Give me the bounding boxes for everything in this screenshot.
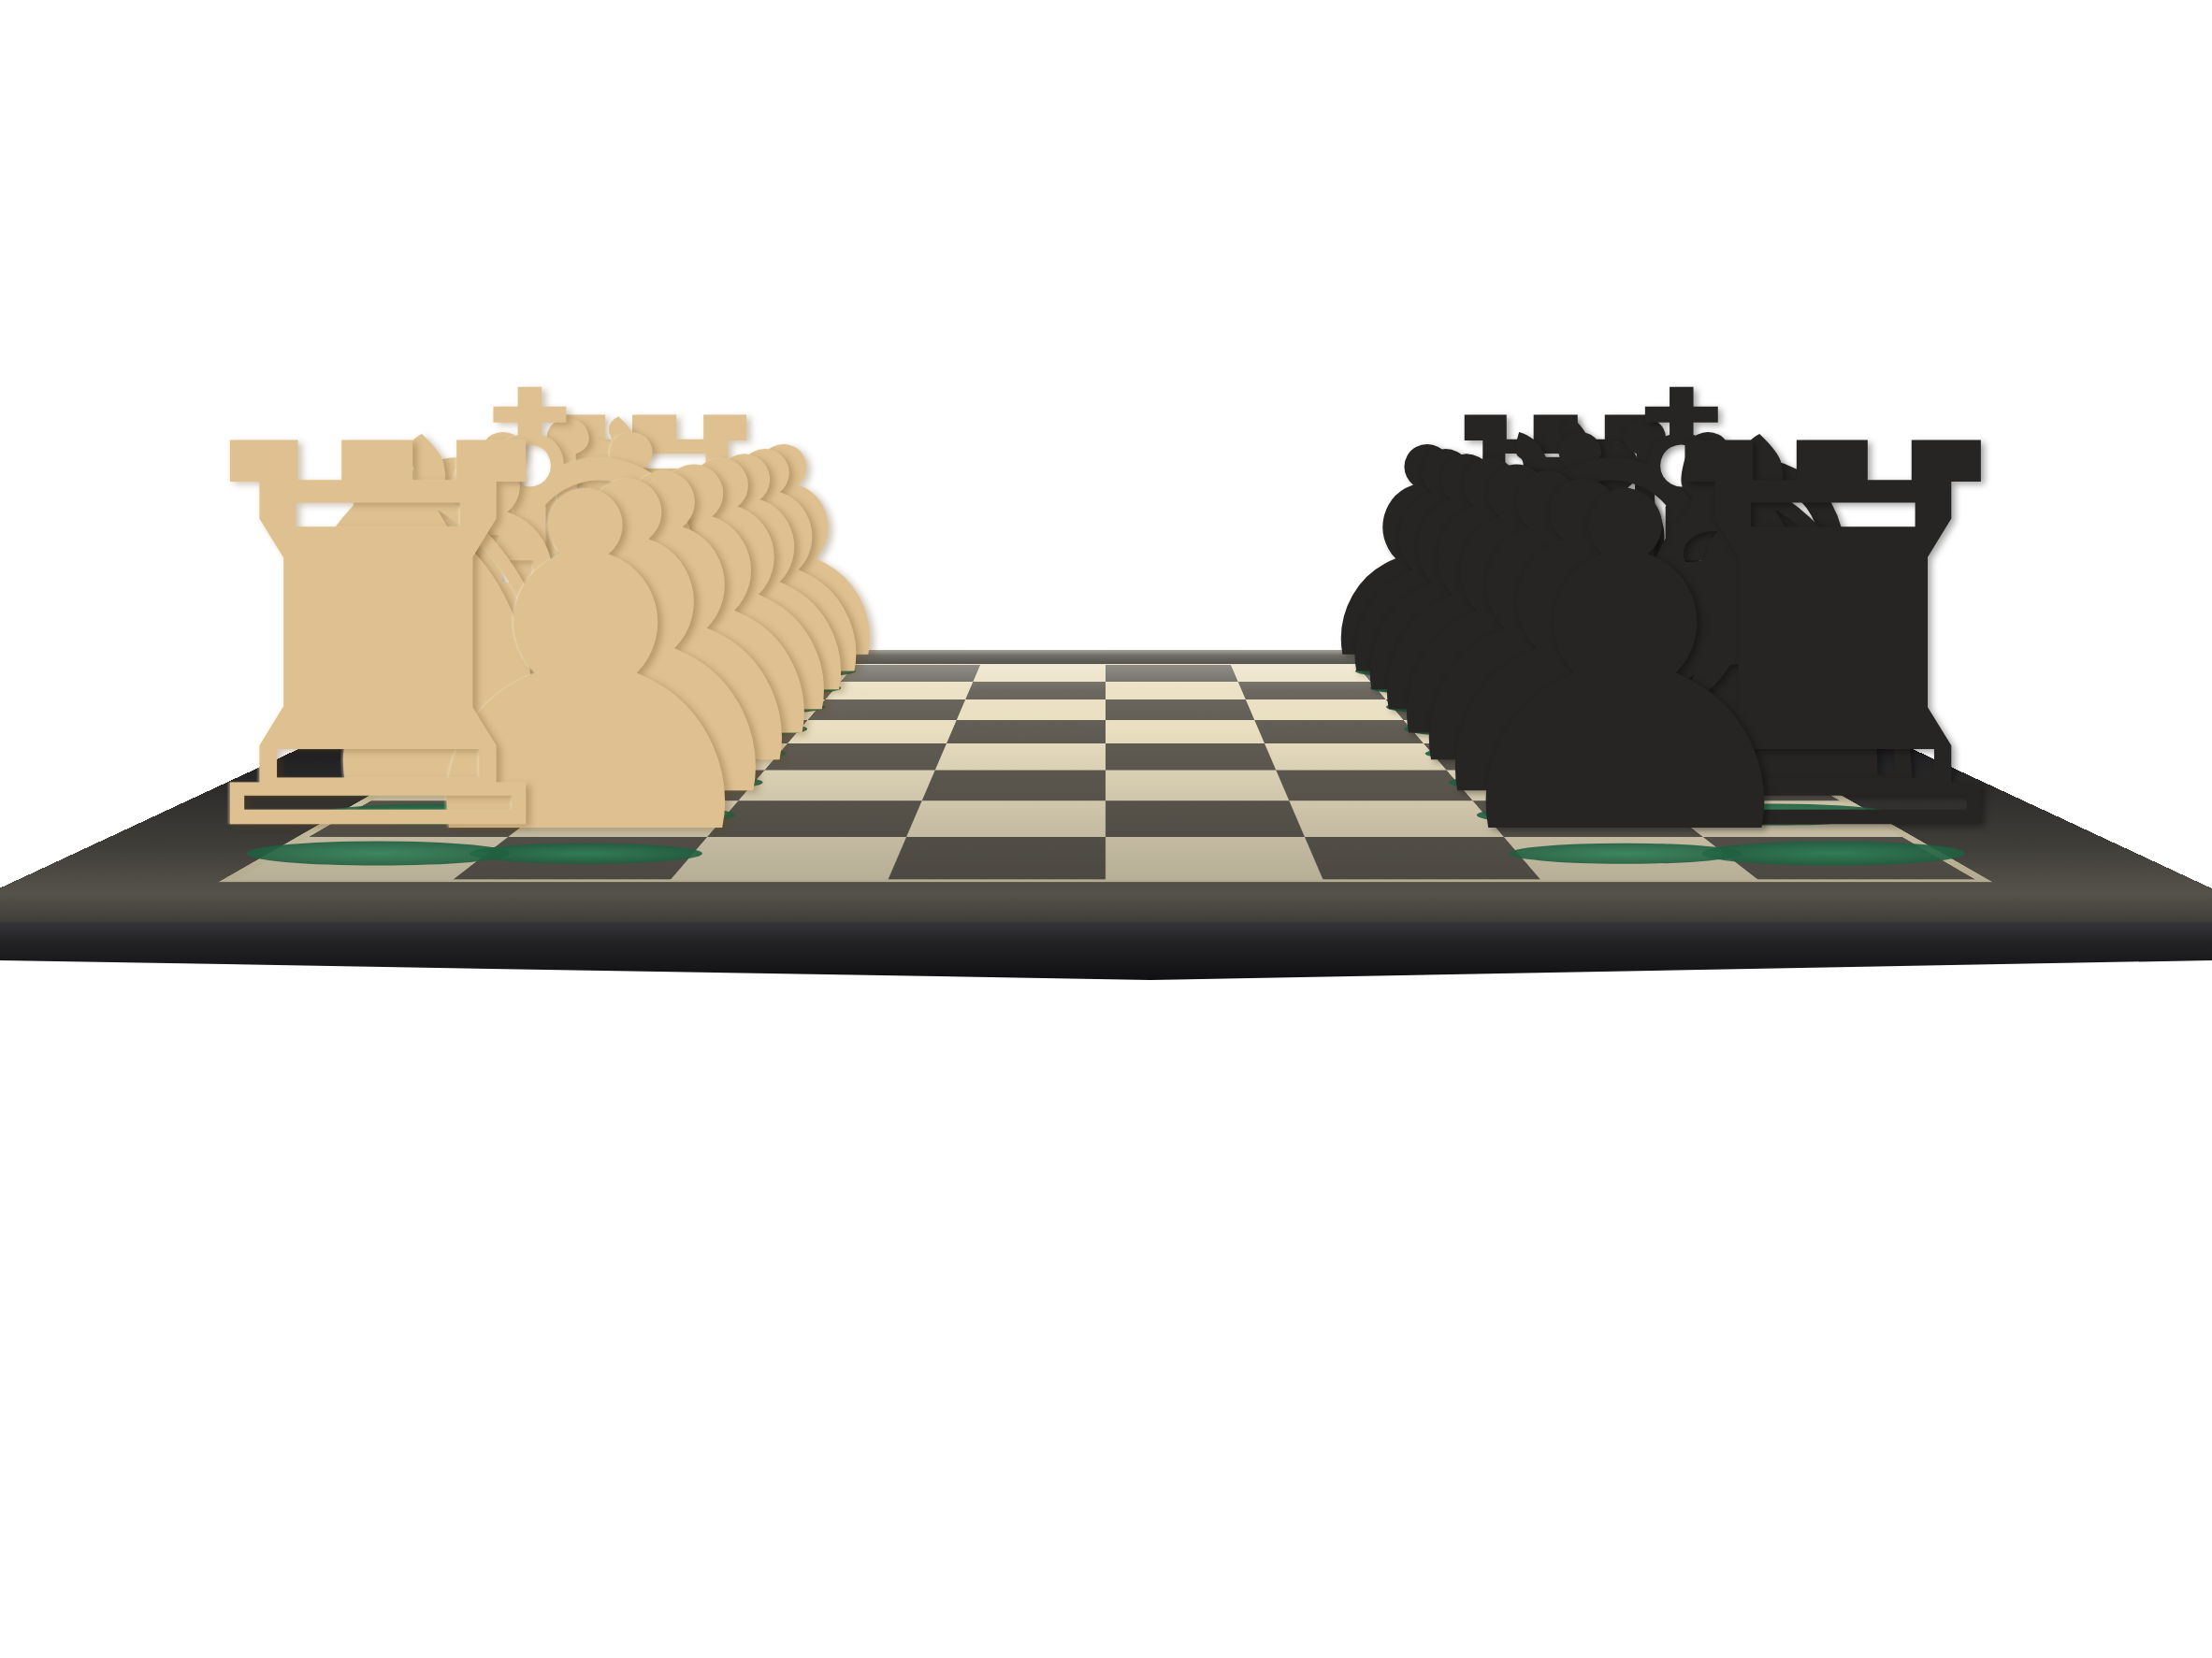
square-c5[interactable] bbox=[1106, 699, 1254, 720]
square-d4[interactable] bbox=[947, 720, 1106, 743]
piece-h7-black-pawn[interactable]: ♟ bbox=[1417, 434, 1834, 899]
square-c4[interactable] bbox=[957, 699, 1106, 720]
square-g4[interactable] bbox=[906, 800, 1106, 836]
square-d5[interactable] bbox=[1106, 720, 1265, 743]
square-e4[interactable] bbox=[935, 743, 1106, 771]
square-f5[interactable] bbox=[1106, 771, 1289, 801]
square-f4[interactable] bbox=[922, 771, 1106, 801]
square-a4[interactable] bbox=[974, 665, 1106, 681]
square-a5[interactable] bbox=[1106, 665, 1237, 681]
photo-stage: ♜♞♝♛♚♝♞♜♟♟♟♟♟♟♟♟♟♟♟♟♟♟♟♟♜♞♝♛♚♝♞♜ bbox=[0, 0, 2212, 1658]
square-g5[interactable] bbox=[1106, 800, 1305, 836]
square-e5[interactable] bbox=[1106, 743, 1276, 771]
square-b5[interactable] bbox=[1106, 682, 1246, 700]
piece-h1-white-rook[interactable]: ♜ bbox=[142, 379, 614, 904]
square-h4[interactable] bbox=[889, 837, 1106, 880]
square-b4[interactable] bbox=[965, 682, 1106, 700]
square-h5[interactable] bbox=[1106, 837, 1323, 880]
